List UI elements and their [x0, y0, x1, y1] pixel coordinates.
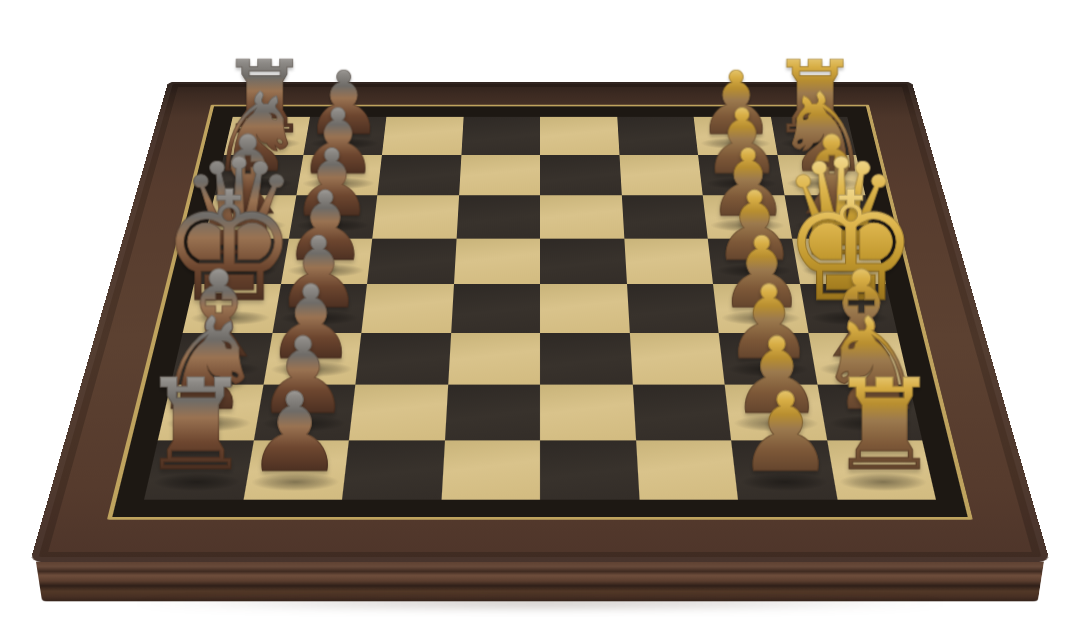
product-photo-stage: ♜♟♟♜♞♟♟♞♝♟♟♝♛♟♟♛♚♟♟♚♝♟♟♝♞♟♟♞♜♟♟♜: [0, 0, 1080, 617]
square-a2: [694, 117, 777, 155]
square-d5: [454, 238, 541, 284]
square-b2: [698, 155, 784, 195]
square-a5: [461, 117, 540, 155]
square-a1: [770, 117, 856, 155]
square-a8: [224, 117, 310, 155]
piece-black-pawn-h7: ♟: [216, 413, 382, 483]
piece-white-rook-h1: ♜: [792, 405, 963, 484]
board-drop-shadow: [120, 596, 960, 610]
square-a6: [382, 117, 463, 155]
square-c4: [540, 195, 624, 238]
square-b4: [540, 155, 621, 195]
square-b5: [459, 155, 540, 195]
square-d4: [540, 238, 627, 284]
square-c5: [456, 195, 540, 238]
chess-board: ♜♟♟♜♞♟♟♞♝♟♟♝♛♟♟♛♚♟♟♚♝♟♟♝♞♟♟♞♜♟♟♜: [30, 82, 1050, 562]
perspective-viewport: ♜♟♟♜♞♟♟♞♝♟♟♝♛♟♟♛♚♟♟♚♝♟♟♝♞♟♟♞♜♟♟♜: [0, 0, 1080, 617]
square-a4: [540, 117, 619, 155]
square-b3: [619, 155, 703, 195]
square-b7: [296, 155, 382, 195]
pawn-glyph: ♟: [215, 378, 374, 487]
rook-glyph: ♜: [804, 362, 963, 487]
square-a3: [617, 117, 698, 155]
square-a7: [303, 117, 386, 155]
square-b6: [377, 155, 461, 195]
